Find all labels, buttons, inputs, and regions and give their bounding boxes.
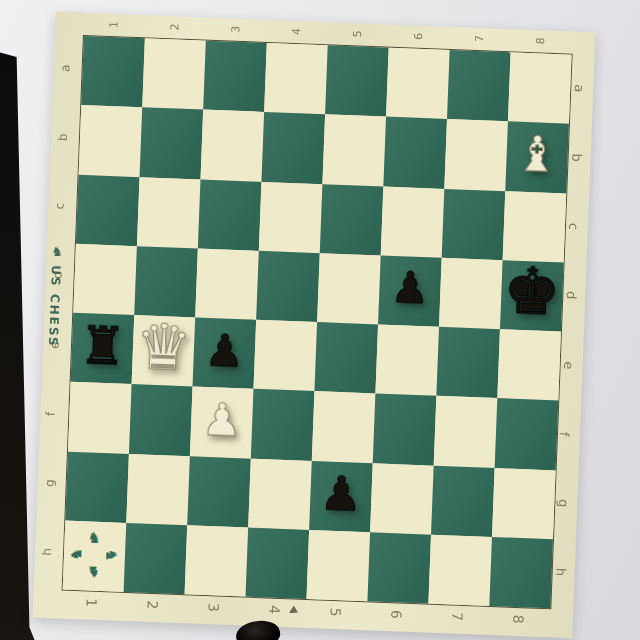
piece-black-rook-e1[interactable]: ♜	[78, 319, 127, 373]
square-f5[interactable]	[312, 391, 376, 463]
rank-label-top-8: 8	[534, 37, 545, 44]
square-d4[interactable]	[256, 251, 320, 323]
square-a5[interactable]	[325, 45, 389, 117]
file-label-right-c: c	[567, 223, 580, 231]
piece-white-queen-e2[interactable]: ♛	[134, 315, 193, 380]
square-g8[interactable]	[492, 468, 556, 540]
square-h6[interactable]	[367, 532, 431, 604]
file-label-left-g: g	[43, 479, 55, 487]
rank-label-top-7: 7	[473, 35, 484, 42]
square-f1[interactable]	[68, 382, 132, 454]
rank-label-bottom-7: 7	[450, 612, 464, 621]
square-e4[interactable]	[253, 320, 317, 392]
file-label-right-b: b	[570, 153, 583, 162]
file-label-right-g: g	[557, 499, 570, 508]
file-label-left-f: f	[44, 411, 56, 416]
square-d2[interactable]	[134, 246, 198, 318]
square-b2[interactable]	[140, 107, 204, 179]
square-d6[interactable]: ♟	[378, 255, 442, 327]
square-e2[interactable]: ♛	[132, 315, 196, 387]
square-c6[interactable]	[381, 186, 445, 258]
square-a8[interactable]	[508, 52, 572, 124]
rank-label-bottom-2: 2	[145, 600, 159, 609]
file-label-left-b: b	[57, 133, 69, 141]
square-f8[interactable]	[495, 398, 559, 470]
file-label-left-c: c	[54, 203, 66, 210]
square-h4[interactable]	[246, 527, 310, 599]
piece-black-pawn-d6[interactable]: ♟	[390, 266, 430, 310]
file-label-right-a: a	[573, 84, 586, 92]
square-c5[interactable]	[320, 184, 384, 256]
square-e8[interactable]	[497, 329, 561, 401]
square-a6[interactable]	[386, 48, 450, 120]
rank-label-top-6: 6	[413, 33, 424, 40]
rank-label-bottom-1: 1	[84, 598, 98, 607]
square-e6[interactable]	[375, 324, 439, 396]
rank-label-bottom-8: 8	[511, 614, 525, 623]
rank-label-bottom-5: 5	[328, 607, 342, 616]
file-label-right-f: f	[558, 432, 571, 437]
square-c2[interactable]	[137, 177, 201, 249]
corner-logo-knight-w: ♞	[68, 547, 84, 561]
square-a7[interactable]	[447, 50, 511, 122]
us-chess-corner-logo: ♞♞♞♞	[69, 530, 119, 580]
file-label-right-e: e	[562, 361, 575, 369]
us-chess-text: US CHESS	[46, 265, 63, 348]
rank-label-bottom-3: 3	[206, 603, 220, 612]
square-f7[interactable]	[434, 396, 498, 468]
square-f2[interactable]	[129, 384, 193, 456]
square-d3[interactable]	[195, 248, 259, 320]
square-f6[interactable]	[373, 394, 437, 466]
square-h2[interactable]	[124, 523, 188, 595]
square-h3[interactable]	[185, 525, 249, 597]
square-f3[interactable]: ♟	[190, 387, 254, 459]
square-g3[interactable]	[187, 456, 251, 528]
corner-logo-knight-s: ♞	[86, 564, 100, 580]
piece-black-king-d8[interactable]: ♚	[502, 259, 562, 325]
chess-board: ♝♟♚♜♛♟♟♟	[62, 35, 573, 609]
rank-label-top-5: 5	[352, 30, 363, 37]
square-g5[interactable]: ♟	[309, 461, 373, 533]
square-d7[interactable]	[439, 258, 503, 330]
square-a4[interactable]	[264, 43, 328, 115]
file-label-right-h: h	[554, 568, 567, 577]
square-a3[interactable]	[203, 41, 267, 113]
square-g2[interactable]	[126, 453, 190, 525]
corner-logo-knight-n: ♞	[87, 531, 101, 547]
square-g4[interactable]	[248, 458, 312, 530]
piece-black-pawn-e3[interactable]: ♟	[204, 328, 245, 373]
rank-label-top-3: 3	[230, 26, 241, 33]
square-c1[interactable]	[76, 174, 140, 246]
us-chess-border-branding: ♞ US CHESS	[46, 244, 65, 348]
file-label-left-h: h	[41, 548, 53, 556]
square-c3[interactable]	[198, 179, 262, 251]
square-b8[interactable]: ♝	[505, 122, 569, 194]
piece-white-bishop-b8[interactable]: ♝	[514, 129, 560, 180]
square-h5[interactable]	[306, 530, 370, 602]
square-g1[interactable]	[65, 451, 129, 523]
piece-black-pawn-g5[interactable]: ♟	[319, 469, 363, 518]
square-g7[interactable]	[431, 465, 495, 537]
vinyl-chess-mat: ♝♟♚♜♛♟♟♟ 1122334455667788aabbccddeeffggh…	[33, 12, 596, 638]
square-f4[interactable]	[251, 389, 315, 461]
square-b7[interactable]	[444, 119, 508, 191]
square-b4[interactable]	[261, 112, 325, 184]
square-b1[interactable]	[79, 105, 143, 177]
square-b6[interactable]	[383, 117, 447, 189]
square-d8[interactable]: ♚	[500, 260, 564, 332]
square-h7[interactable]	[428, 534, 492, 606]
square-d1[interactable]	[73, 244, 137, 316]
square-a2[interactable]	[142, 38, 206, 110]
square-d5[interactable]	[317, 253, 381, 325]
square-e7[interactable]	[436, 327, 500, 399]
square-c4[interactable]	[259, 181, 323, 253]
square-a1[interactable]	[81, 36, 145, 108]
knight-logo-icon: ♞	[49, 244, 65, 260]
square-g6[interactable]	[370, 463, 434, 535]
file-label-left-a: a	[59, 64, 71, 72]
square-c7[interactable]	[442, 188, 506, 260]
piece-white-pawn-f3[interactable]: ♟	[201, 396, 243, 443]
square-e3[interactable]: ♟	[193, 317, 257, 389]
rank-label-bottom-4: 4	[267, 605, 281, 614]
rank-label-top-1: 1	[108, 21, 119, 28]
corner-logo-knight-e: ♞	[103, 549, 119, 563]
square-b3[interactable]	[201, 110, 265, 182]
border-emblem	[289, 605, 298, 613]
square-e5[interactable]	[314, 322, 378, 394]
rank-label-top-4: 4	[291, 28, 302, 35]
photo-scene: ♝♟♚♜♛♟♟♟ 1122334455667788aabbccddeeffggh…	[0, 0, 640, 640]
file-label-right-d: d	[565, 291, 578, 300]
square-c8[interactable]	[503, 191, 567, 263]
square-e1[interactable]: ♜	[71, 313, 135, 385]
rank-label-bottom-6: 6	[389, 610, 403, 619]
square-h8[interactable]	[489, 537, 553, 609]
square-b5[interactable]	[322, 115, 386, 187]
coordinate-labels: 1122334455667788aabbccddeeffgghh	[56, 12, 596, 33]
rank-label-top-2: 2	[169, 23, 180, 30]
